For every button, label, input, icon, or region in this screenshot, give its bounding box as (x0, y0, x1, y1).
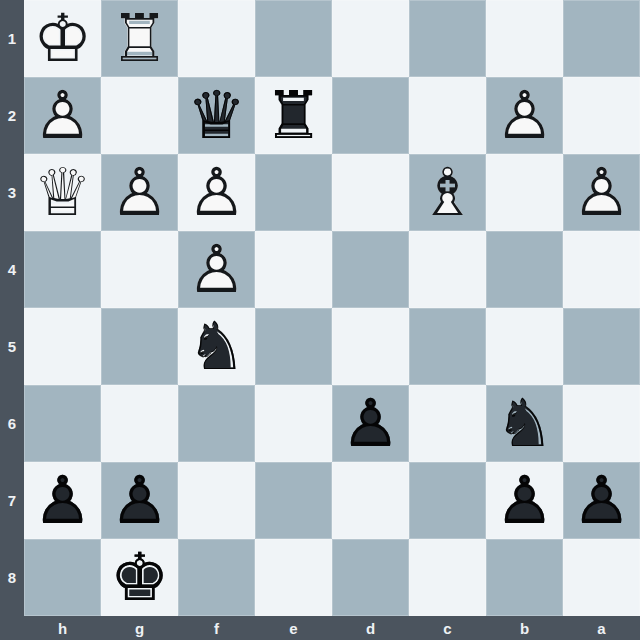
square-d5[interactable] (332, 308, 409, 385)
square-e4[interactable] (255, 231, 332, 308)
black-queen[interactable]: ♛♕ (178, 77, 255, 154)
black-pawn[interactable]: ♟♙ (24, 462, 101, 539)
black-knight[interactable]: ♞♘ (486, 385, 563, 462)
square-h6[interactable] (24, 385, 101, 462)
black-king-glyph: ♚ (101, 539, 178, 616)
file-label-f: f (178, 616, 255, 640)
white-pawn-outline: ♙ (178, 231, 255, 308)
white-pawn-outline: ♙ (101, 154, 178, 231)
square-d7[interactable] (332, 462, 409, 539)
black-knight[interactable]: ♞♘ (178, 308, 255, 385)
square-a8[interactable] (563, 539, 640, 616)
square-g5[interactable] (101, 308, 178, 385)
black-king-outline: ♔ (101, 539, 178, 616)
black-pawn-glyph: ♟ (101, 462, 178, 539)
white-queen-outline: ♕ (24, 154, 101, 231)
black-pawn-outline: ♙ (332, 385, 409, 462)
square-a6[interactable] (563, 385, 640, 462)
white-king-outline: ♔ (24, 0, 101, 77)
white-rook-outline: ♖ (101, 0, 178, 77)
black-knight-outline: ♘ (486, 385, 563, 462)
white-pawn-glyph: ♟ (24, 77, 101, 154)
black-queen-glyph: ♛ (178, 77, 255, 154)
black-pawn[interactable]: ♟♙ (101, 462, 178, 539)
square-c1[interactable] (409, 0, 486, 77)
white-bishop-glyph: ♝ (409, 154, 486, 231)
square-g2[interactable] (101, 77, 178, 154)
square-e6[interactable] (255, 385, 332, 462)
rank-label-1: 1 (0, 0, 24, 77)
white-pawn-outline: ♙ (563, 154, 640, 231)
white-pawn[interactable]: ♟♙ (101, 154, 178, 231)
black-king[interactable]: ♚♔ (101, 539, 178, 616)
frame-corner (0, 616, 24, 640)
black-pawn[interactable]: ♟♙ (332, 385, 409, 462)
rank-label-6: 6 (0, 385, 24, 462)
square-d8[interactable] (332, 539, 409, 616)
square-a3[interactable]: ♟♙ (563, 154, 640, 231)
white-pawn[interactable]: ♟♙ (178, 154, 255, 231)
rank-label-3: 3 (0, 154, 24, 231)
square-h1[interactable]: ♚♔ (24, 0, 101, 77)
square-h5[interactable] (24, 308, 101, 385)
black-pawn-outline: ♙ (486, 462, 563, 539)
square-f7[interactable] (178, 462, 255, 539)
file-label-c: c (409, 616, 486, 640)
square-f5[interactable]: ♞♘ (178, 308, 255, 385)
white-pawn-glyph: ♟ (178, 231, 255, 308)
white-pawn-outline: ♙ (24, 77, 101, 154)
chess-board: ♚♔♜♖♟♙♛♕♜♖♟♙♛♕♟♙♟♙♝♗♟♙♟♙♞♘♟♙♞♘♟♙♟♙♟♙♟♙♚♔ (24, 0, 640, 616)
rank-labels: 12345678 (0, 0, 24, 616)
square-e2[interactable]: ♜♖ (255, 77, 332, 154)
square-a7[interactable]: ♟♙ (563, 462, 640, 539)
white-bishop-outline: ♗ (409, 154, 486, 231)
square-g4[interactable] (101, 231, 178, 308)
white-pawn[interactable]: ♟♙ (24, 77, 101, 154)
square-a2[interactable] (563, 77, 640, 154)
black-pawn[interactable]: ♟♙ (486, 462, 563, 539)
square-e8[interactable] (255, 539, 332, 616)
square-h3[interactable]: ♛♕ (24, 154, 101, 231)
square-b3[interactable] (486, 154, 563, 231)
square-c4[interactable] (409, 231, 486, 308)
square-e3[interactable] (255, 154, 332, 231)
square-c8[interactable] (409, 539, 486, 616)
rank-label-2: 2 (0, 77, 24, 154)
white-pawn[interactable]: ♟♙ (486, 77, 563, 154)
file-label-a: a (563, 616, 640, 640)
black-rook-glyph: ♜ (255, 77, 332, 154)
square-h4[interactable] (24, 231, 101, 308)
white-pawn-glyph: ♟ (101, 154, 178, 231)
square-c5[interactable] (409, 308, 486, 385)
square-b7[interactable]: ♟♙ (486, 462, 563, 539)
black-knight-outline: ♘ (178, 308, 255, 385)
square-a1[interactable] (563, 0, 640, 77)
square-d4[interactable] (332, 231, 409, 308)
square-b5[interactable] (486, 308, 563, 385)
square-h8[interactable] (24, 539, 101, 616)
white-queen-glyph: ♛ (24, 154, 101, 231)
square-g7[interactable]: ♟♙ (101, 462, 178, 539)
black-pawn-glyph: ♟ (563, 462, 640, 539)
square-f8[interactable] (178, 539, 255, 616)
white-pawn[interactable]: ♟♙ (178, 231, 255, 308)
black-pawn-outline: ♙ (101, 462, 178, 539)
chessboard-frame: 12345678 ♚♔♜♖♟♙♛♕♜♖♟♙♛♕♟♙♟♙♝♗♟♙♟♙♞♘♟♙♞♘♟… (0, 0, 640, 640)
rank-label-7: 7 (0, 462, 24, 539)
white-king-glyph: ♚ (24, 0, 101, 77)
square-e1[interactable] (255, 0, 332, 77)
white-rook[interactable]: ♜♖ (101, 0, 178, 77)
square-e5[interactable] (255, 308, 332, 385)
square-d3[interactable] (332, 154, 409, 231)
square-f6[interactable] (178, 385, 255, 462)
square-d2[interactable] (332, 77, 409, 154)
file-label-g: g (101, 616, 178, 640)
square-b2[interactable]: ♟♙ (486, 77, 563, 154)
black-queen-outline: ♕ (178, 77, 255, 154)
square-a4[interactable] (563, 231, 640, 308)
white-bishop[interactable]: ♝♗ (409, 154, 486, 231)
file-label-d: d (332, 616, 409, 640)
black-pawn-glyph: ♟ (24, 462, 101, 539)
square-a5[interactable] (563, 308, 640, 385)
file-label-b: b (486, 616, 563, 640)
square-d6[interactable]: ♟♙ (332, 385, 409, 462)
square-e7[interactable] (255, 462, 332, 539)
square-g1[interactable]: ♜♖ (101, 0, 178, 77)
square-f3[interactable]: ♟♙ (178, 154, 255, 231)
square-b1[interactable] (486, 0, 563, 77)
square-c3[interactable]: ♝♗ (409, 154, 486, 231)
rank-label-8: 8 (0, 539, 24, 616)
black-rook[interactable]: ♜♖ (255, 77, 332, 154)
square-g6[interactable] (101, 385, 178, 462)
square-h2[interactable]: ♟♙ (24, 77, 101, 154)
square-f1[interactable] (178, 0, 255, 77)
square-c6[interactable] (409, 385, 486, 462)
square-c2[interactable] (409, 77, 486, 154)
square-b6[interactable]: ♞♘ (486, 385, 563, 462)
black-pawn-glyph: ♟ (486, 462, 563, 539)
white-king[interactable]: ♚♔ (24, 0, 101, 77)
square-b8[interactable] (486, 539, 563, 616)
black-rook-outline: ♖ (255, 77, 332, 154)
black-pawn[interactable]: ♟♙ (563, 462, 640, 539)
square-h7[interactable]: ♟♙ (24, 462, 101, 539)
square-g8[interactable]: ♚♔ (101, 539, 178, 616)
square-d1[interactable] (332, 0, 409, 77)
square-f2[interactable]: ♛♕ (178, 77, 255, 154)
square-c7[interactable] (409, 462, 486, 539)
white-pawn[interactable]: ♟♙ (563, 154, 640, 231)
black-pawn-outline: ♙ (563, 462, 640, 539)
white-pawn-glyph: ♟ (563, 154, 640, 231)
white-pawn-glyph: ♟ (178, 154, 255, 231)
black-pawn-outline: ♙ (24, 462, 101, 539)
white-queen[interactable]: ♛♕ (24, 154, 101, 231)
black-pawn-glyph: ♟ (332, 385, 409, 462)
white-pawn-glyph: ♟ (486, 77, 563, 154)
file-label-h: h (24, 616, 101, 640)
rank-label-5: 5 (0, 308, 24, 385)
rank-label-4: 4 (0, 231, 24, 308)
square-g3[interactable]: ♟♙ (101, 154, 178, 231)
square-b4[interactable] (486, 231, 563, 308)
white-pawn-outline: ♙ (178, 154, 255, 231)
white-rook-glyph: ♜ (101, 0, 178, 77)
black-knight-glyph: ♞ (486, 385, 563, 462)
square-f4[interactable]: ♟♙ (178, 231, 255, 308)
black-knight-glyph: ♞ (178, 308, 255, 385)
file-labels: hgfedcba (24, 616, 640, 640)
white-pawn-outline: ♙ (486, 77, 563, 154)
file-label-e: e (255, 616, 332, 640)
